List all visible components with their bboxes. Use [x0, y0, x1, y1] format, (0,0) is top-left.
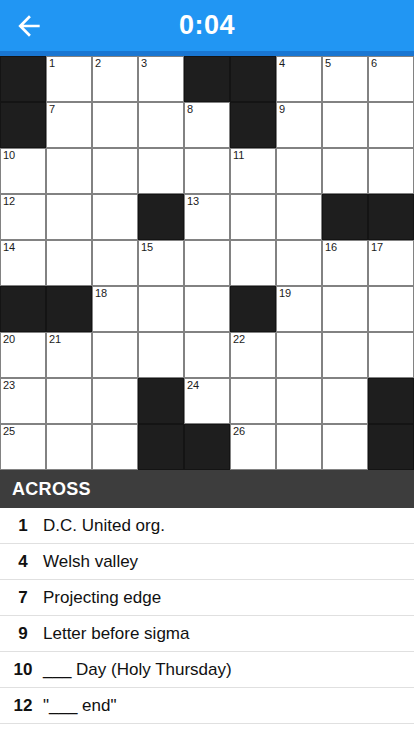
clue-text: "___ end": [43, 696, 117, 716]
grid-cell[interactable]: 17: [368, 240, 414, 286]
crossword-grid: 1234567891011121314151617181920212223242…: [0, 56, 414, 470]
grid-cell-block: [368, 424, 414, 470]
cell-number: 19: [279, 287, 291, 299]
grid-cell[interactable]: 16: [322, 240, 368, 286]
grid-cell-block: [184, 424, 230, 470]
grid-cell[interactable]: 23: [0, 378, 46, 424]
cell-number: 6: [371, 57, 377, 69]
clue-item[interactable]: 4Welsh valley: [0, 544, 414, 580]
back-button[interactable]: [10, 9, 48, 43]
clue-number: 4: [8, 552, 38, 572]
cell-number: 13: [187, 195, 199, 207]
crossword-screen: 0:04 12345678910111213141516171819202122…: [0, 0, 414, 736]
cell-number: 11: [233, 149, 244, 161]
grid-cell[interactable]: [46, 424, 92, 470]
cell-number: 12: [3, 195, 15, 207]
grid-cell[interactable]: 24: [184, 378, 230, 424]
cell-number: 25: [3, 425, 15, 437]
clue-item[interactable]: 10___ Day (Holy Thursday): [0, 652, 414, 688]
grid-cell-block: [138, 378, 184, 424]
clues-section-header: ACROSS: [0, 470, 414, 508]
grid-cell[interactable]: 14: [0, 240, 46, 286]
grid-cell[interactable]: [230, 378, 276, 424]
grid-cell[interactable]: [184, 332, 230, 378]
grid-cell[interactable]: [92, 148, 138, 194]
grid-cell[interactable]: 4: [276, 56, 322, 102]
grid-cell-block: [230, 286, 276, 332]
clue-item[interactable]: 7Projecting edge: [0, 580, 414, 616]
grid-cell[interactable]: 3: [138, 56, 184, 102]
timer: 0:04: [0, 10, 414, 41]
grid-cell[interactable]: [46, 194, 92, 240]
cell-number: 21: [49, 333, 61, 345]
grid-cell[interactable]: [92, 240, 138, 286]
clue-number: 7: [8, 588, 38, 608]
grid-cell[interactable]: [322, 148, 368, 194]
cell-number: 2: [95, 57, 101, 69]
grid-cell[interactable]: [322, 424, 368, 470]
clues-section-title: ACROSS: [12, 479, 91, 500]
grid-cell[interactable]: [138, 102, 184, 148]
cell-number: 20: [3, 333, 15, 345]
grid-cell[interactable]: [368, 332, 414, 378]
grid-cell[interactable]: 21: [46, 332, 92, 378]
grid-cell[interactable]: [368, 286, 414, 332]
grid-cell-block: [138, 424, 184, 470]
grid-cell[interactable]: 25: [0, 424, 46, 470]
grid-cell[interactable]: 26: [230, 424, 276, 470]
grid-cell[interactable]: [92, 424, 138, 470]
cell-number: 3: [141, 57, 147, 69]
grid-cell[interactable]: [368, 148, 414, 194]
clue-text: Welsh valley: [43, 552, 138, 572]
grid-cell-block: [368, 378, 414, 424]
grid-cell[interactable]: 15: [138, 240, 184, 286]
grid-cell[interactable]: [368, 102, 414, 148]
cell-number: 24: [187, 379, 199, 391]
clue-item[interactable]: 1D.C. United org.: [0, 508, 414, 544]
grid-cell[interactable]: [322, 102, 368, 148]
cell-number: 26: [233, 425, 245, 437]
grid-cell[interactable]: [276, 194, 322, 240]
grid-cell[interactable]: 11: [230, 148, 276, 194]
back-arrow-icon: [13, 10, 45, 42]
grid-cell[interactable]: [276, 240, 322, 286]
cell-number: 10: [3, 149, 15, 161]
grid-cell[interactable]: 18: [92, 286, 138, 332]
grid-cell[interactable]: [92, 194, 138, 240]
cell-number: 4: [279, 57, 285, 69]
grid-cell[interactable]: 12: [0, 194, 46, 240]
grid-cell[interactable]: 5: [322, 56, 368, 102]
app-bar: 0:04: [0, 0, 414, 56]
grid-cell[interactable]: [276, 148, 322, 194]
clue-item[interactable]: 9Letter before sigma: [0, 616, 414, 652]
cell-number: 9: [279, 103, 285, 115]
clue-text: Projecting edge: [43, 588, 161, 608]
grid-cell[interactable]: [138, 286, 184, 332]
grid-cell[interactable]: 7: [46, 102, 92, 148]
grid-cell[interactable]: [322, 286, 368, 332]
grid-cell[interactable]: 19: [276, 286, 322, 332]
grid-cell-block: [184, 56, 230, 102]
grid-cell[interactable]: [184, 286, 230, 332]
grid-cell-block: [0, 56, 46, 102]
grid-cell[interactable]: 10: [0, 148, 46, 194]
grid-cell[interactable]: 8: [184, 102, 230, 148]
grid-cell-block: [0, 102, 46, 148]
cell-number: 16: [325, 241, 337, 253]
grid-cell[interactable]: [92, 102, 138, 148]
grid-cell[interactable]: [92, 378, 138, 424]
cell-number: 15: [141, 241, 153, 253]
grid-cell[interactable]: [46, 378, 92, 424]
grid-cell[interactable]: 1: [46, 56, 92, 102]
grid-cell[interactable]: [184, 240, 230, 286]
clue-list: 1D.C. United org.4Welsh valley7Projectin…: [0, 508, 414, 724]
clue-text: ___ Day (Holy Thursday): [43, 660, 232, 680]
grid-cell[interactable]: [46, 148, 92, 194]
grid-cell[interactable]: 2: [92, 56, 138, 102]
cell-number: 8: [187, 103, 193, 115]
grid-cell-block: [230, 102, 276, 148]
grid-cell[interactable]: [230, 194, 276, 240]
grid-cell[interactable]: [184, 148, 230, 194]
clue-text: Letter before sigma: [43, 624, 189, 644]
grid-cell[interactable]: [322, 332, 368, 378]
grid-cell[interactable]: [276, 378, 322, 424]
grid-cell[interactable]: [276, 424, 322, 470]
cell-number: 7: [49, 103, 55, 115]
grid-cell[interactable]: [138, 332, 184, 378]
cell-number: 23: [3, 379, 15, 391]
cell-number: 17: [371, 241, 383, 253]
grid-cell[interactable]: [322, 378, 368, 424]
grid-cell[interactable]: [230, 240, 276, 286]
clue-text: D.C. United org.: [43, 516, 165, 536]
grid-cell-block: [230, 56, 276, 102]
clue-item[interactable]: 12"___ end": [0, 688, 414, 724]
clue-number: 1: [8, 516, 38, 536]
grid-cell[interactable]: 9: [276, 102, 322, 148]
grid-cell-block: [0, 286, 46, 332]
grid-cell-block: [322, 194, 368, 240]
cell-number: 5: [325, 57, 331, 69]
cell-number: 18: [95, 287, 107, 299]
grid-cell-block: [138, 194, 184, 240]
grid-cell[interactable]: [138, 148, 184, 194]
grid-cell[interactable]: 6: [368, 56, 414, 102]
cell-number: 14: [3, 241, 15, 253]
grid-cell-block: [368, 194, 414, 240]
grid-cell[interactable]: [276, 332, 322, 378]
cell-number: 22: [233, 333, 245, 345]
grid-cell[interactable]: [92, 332, 138, 378]
clue-number: 10: [8, 660, 38, 680]
grid-cell[interactable]: 20: [0, 332, 46, 378]
cell-number: 1: [49, 57, 55, 69]
clue-number: 9: [8, 624, 38, 644]
grid-cell-block: [46, 286, 92, 332]
clue-number: 12: [8, 696, 38, 716]
grid-cell[interactable]: 22: [230, 332, 276, 378]
grid-cell[interactable]: 13: [184, 194, 230, 240]
grid-cell[interactable]: [46, 240, 92, 286]
